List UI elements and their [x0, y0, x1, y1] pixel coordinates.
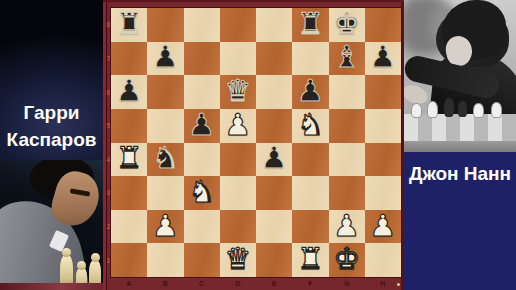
board-squares: ♜♜♚♟♝♟♟♛♟♟♟♞♜♞♟♞♟♟♟♛♜♚	[111, 8, 401, 277]
black-bishop[interactable]: ♝	[333, 42, 360, 72]
square-d2[interactable]	[220, 210, 256, 244]
square-h6[interactable]	[365, 75, 401, 109]
square-b1[interactable]	[147, 243, 183, 277]
square-d4[interactable]	[220, 143, 256, 177]
file-label-a: A	[111, 278, 147, 289]
square-e4[interactable]: ♟	[256, 143, 292, 177]
square-e6[interactable]	[256, 75, 292, 109]
corner-dot	[397, 283, 400, 286]
square-f6[interactable]: ♟	[292, 75, 328, 109]
square-c8[interactable]	[184, 8, 220, 42]
square-h7[interactable]: ♟	[365, 42, 401, 76]
white-rook[interactable]: ♜	[116, 143, 143, 173]
square-a8[interactable]: ♜	[111, 8, 147, 42]
black-rook[interactable]: ♜	[297, 9, 324, 39]
square-h5[interactable]	[365, 109, 401, 143]
square-e8[interactable]	[256, 8, 292, 42]
square-e3[interactable]	[256, 176, 292, 210]
square-a4[interactable]: ♜	[111, 143, 147, 177]
square-e2[interactable]	[256, 210, 292, 244]
photo-chess-piece	[444, 98, 454, 117]
square-b4[interactable]: ♞	[147, 143, 183, 177]
square-g5[interactable]	[329, 109, 365, 143]
photo-chess-piece	[474, 104, 483, 117]
square-e7[interactable]	[256, 42, 292, 76]
white-knight[interactable]: ♞	[188, 177, 215, 207]
square-f1[interactable]: ♜	[292, 243, 328, 277]
square-f4[interactable]	[292, 143, 328, 177]
black-knight[interactable]: ♞	[152, 143, 179, 173]
square-h4[interactable]	[365, 143, 401, 177]
white-queen[interactable]: ♛	[224, 244, 251, 274]
square-e5[interactable]	[256, 109, 292, 143]
black-player-name: Джон Нанн	[404, 163, 516, 185]
right-player-panel: Джон Нанн	[404, 0, 516, 290]
square-b8[interactable]	[147, 8, 183, 42]
photo-chessboard	[404, 114, 516, 141]
kasparov-photo	[0, 160, 103, 290]
file-label-h: H	[365, 278, 401, 289]
square-a1[interactable]	[111, 243, 147, 277]
photo-table-edge	[0, 283, 103, 290]
square-d7[interactable]	[220, 42, 256, 76]
square-c7[interactable]	[184, 42, 220, 76]
file-label-f: F	[292, 278, 328, 289]
black-pawn[interactable]: ♟	[369, 42, 396, 72]
file-label-b: B	[147, 278, 183, 289]
white-rook[interactable]: ♜	[297, 244, 324, 274]
white-pawn[interactable]: ♟	[369, 211, 396, 241]
photo-chess-piece	[412, 104, 421, 117]
square-h8[interactable]	[365, 8, 401, 42]
file-label-e: E	[256, 278, 292, 289]
black-king[interactable]: ♚	[333, 9, 360, 39]
square-a2[interactable]	[111, 210, 147, 244]
square-a7[interactable]	[111, 42, 147, 76]
left-player-panel: Гарри Каспаров	[0, 0, 103, 290]
photo-chess-piece	[428, 102, 437, 117]
square-a6[interactable]: ♟	[111, 75, 147, 109]
nunn-photo	[404, 0, 516, 152]
square-h1[interactable]	[365, 243, 401, 277]
square-g8[interactable]: ♚	[329, 8, 365, 42]
square-g6[interactable]	[329, 75, 365, 109]
black-pawn[interactable]: ♟	[261, 143, 288, 173]
square-f7[interactable]	[292, 42, 328, 76]
black-pawn[interactable]: ♟	[116, 76, 143, 106]
black-pawn[interactable]: ♟	[297, 76, 324, 106]
square-a5[interactable]	[111, 109, 147, 143]
square-a3[interactable]	[111, 176, 147, 210]
square-g3[interactable]	[329, 176, 365, 210]
square-f8[interactable]: ♜	[292, 8, 328, 42]
photo-chess-piece	[492, 103, 501, 117]
white-knight[interactable]: ♞	[297, 110, 324, 140]
black-queen[interactable]: ♛	[224, 76, 251, 106]
chess-board: 87654321 ♜♜♚♟♝♟♟♛♟♟♟♞♜♞♟♞♟♟♟♛♜♚ ABCDEFGH	[103, 0, 404, 290]
video-thumbnail: Гарри Каспаров 87654321 ♜♜♚♟♝♟♟♛♟♟♟♞♜♞♟♞…	[0, 0, 516, 290]
square-d8[interactable]	[220, 8, 256, 42]
white-pawn[interactable]: ♟	[152, 211, 179, 241]
square-b5[interactable]	[147, 109, 183, 143]
square-e1[interactable]	[256, 243, 292, 277]
frame-edge	[103, 0, 404, 2]
square-d3[interactable]	[220, 176, 256, 210]
square-c2[interactable]	[184, 210, 220, 244]
square-f5[interactable]: ♞	[292, 109, 328, 143]
square-g7[interactable]: ♝	[329, 42, 365, 76]
black-pawn[interactable]: ♟	[152, 42, 179, 72]
file-labels: ABCDEFGH	[111, 278, 401, 289]
photo-chess-piece	[458, 101, 467, 117]
square-b6[interactable]	[147, 75, 183, 109]
square-d5[interactable]: ♟	[220, 109, 256, 143]
white-pawn[interactable]: ♟	[224, 110, 251, 140]
square-c5[interactable]: ♟	[184, 109, 220, 143]
square-c6[interactable]	[184, 75, 220, 109]
square-b3[interactable]	[147, 176, 183, 210]
square-b2[interactable]: ♟	[147, 210, 183, 244]
square-d6[interactable]: ♛	[220, 75, 256, 109]
photo-table-edge	[404, 141, 516, 152]
file-label-g: G	[329, 278, 365, 289]
square-c4[interactable]	[184, 143, 220, 177]
white-player-name-line2: Каспаров	[0, 126, 103, 153]
square-c3[interactable]: ♞	[184, 176, 220, 210]
white-king[interactable]: ♚	[333, 244, 360, 274]
white-player-name: Гарри Каспаров	[0, 99, 103, 153]
square-d1[interactable]: ♛	[220, 243, 256, 277]
square-f3[interactable]	[292, 176, 328, 210]
square-h2[interactable]: ♟	[365, 210, 401, 244]
white-pawn[interactable]: ♟	[333, 211, 360, 241]
black-pawn[interactable]: ♟	[188, 110, 215, 140]
file-label-d: D	[220, 278, 256, 289]
square-g2[interactable]: ♟	[329, 210, 365, 244]
square-f2[interactable]	[292, 210, 328, 244]
black-rook[interactable]: ♜	[116, 9, 143, 39]
square-c1[interactable]	[184, 243, 220, 277]
file-label-c: C	[184, 278, 220, 289]
square-b7[interactable]: ♟	[147, 42, 183, 76]
square-g1[interactable]: ♚	[329, 243, 365, 277]
square-g4[interactable]	[329, 143, 365, 177]
white-player-name-line1: Гарри	[0, 99, 103, 126]
square-h3[interactable]	[365, 176, 401, 210]
